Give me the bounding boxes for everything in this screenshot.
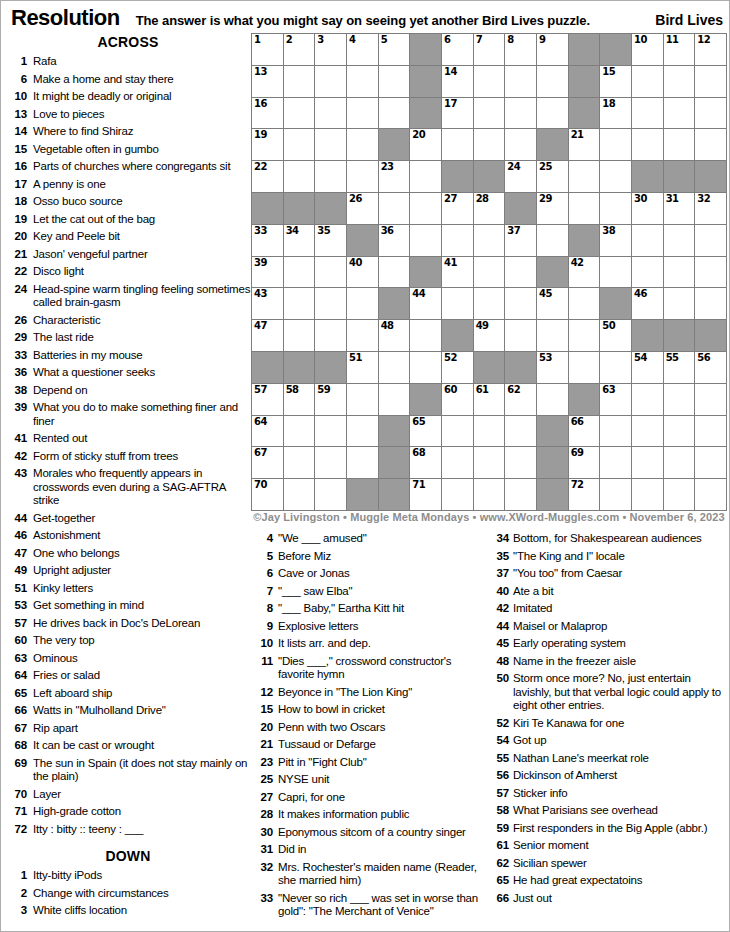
grid-cell[interactable]	[347, 66, 378, 97]
grid-cell[interactable]	[664, 98, 695, 129]
clue-item: 18Osso buco source	[5, 195, 251, 209]
clue-text: Change with circumstances	[33, 887, 251, 901]
clue-text: Rafa	[33, 55, 251, 69]
grid-cell[interactable]	[695, 416, 726, 447]
grid-cell[interactable]: 53	[537, 352, 568, 383]
black-square	[569, 34, 600, 65]
black-square	[569, 66, 600, 97]
grid-cell[interactable]	[315, 98, 346, 129]
grid-cell[interactable]	[315, 66, 346, 97]
clue-number: 57	[491, 787, 509, 801]
grid-cell[interactable]: 32	[695, 193, 726, 224]
grid-cell[interactable]: 36	[379, 225, 410, 256]
grid-cell[interactable]	[442, 288, 473, 319]
grid-cell[interactable]	[410, 161, 441, 192]
clue-item: 21Jason' vengeful partner	[5, 248, 251, 262]
grid-cell[interactable]: 66	[569, 416, 600, 447]
grid-cell[interactable]: 21	[569, 129, 600, 160]
grid-cell[interactable]	[284, 479, 315, 510]
grid-cell[interactable]: 10	[632, 34, 663, 65]
grid-cell[interactable]	[600, 416, 631, 447]
black-square	[632, 320, 663, 351]
black-square	[315, 352, 346, 383]
grid-cell[interactable]	[379, 257, 410, 288]
clue-item: 32Mrs. Rochester's maiden name (Reader, …	[253, 861, 489, 888]
grid-cell[interactable]	[695, 384, 726, 415]
clue-number: 65	[491, 874, 509, 888]
grid-cell[interactable]: 28	[474, 193, 505, 224]
clue-item: 34Bottom, for Shakespearean audiences	[491, 532, 729, 546]
cell-number: 28	[476, 194, 489, 204]
cell-number: 70	[254, 480, 267, 490]
grid-cell[interactable]: 31	[664, 193, 695, 224]
grid-cell[interactable]	[695, 225, 726, 256]
black-square	[410, 34, 441, 65]
grid-cell[interactable]: 39	[252, 257, 283, 288]
cell-number: 35	[317, 226, 330, 236]
grid-cell[interactable]	[505, 257, 536, 288]
grid-cell[interactable]	[410, 193, 441, 224]
grid-cell[interactable]	[664, 384, 695, 415]
grid-cell[interactable]	[695, 447, 726, 478]
grid-cell[interactable]	[442, 447, 473, 478]
clue-number: 26	[5, 314, 27, 328]
clue-text: Make a home and stay there	[33, 73, 251, 87]
grid-cell[interactable]: 59	[315, 384, 346, 415]
grid-cell[interactable]	[347, 384, 378, 415]
black-square	[379, 479, 410, 510]
grid-cell[interactable]	[284, 161, 315, 192]
grid-cell[interactable]	[632, 257, 663, 288]
grid-cell[interactable]	[600, 479, 631, 510]
grid-cell[interactable]	[505, 66, 536, 97]
cell-number: 64	[254, 417, 267, 427]
grid-cell[interactable]	[284, 416, 315, 447]
clue-number: 66	[491, 892, 509, 906]
grid-cell[interactable]	[632, 98, 663, 129]
grid-cell[interactable]: 46	[632, 288, 663, 319]
cell-number: 55	[666, 353, 679, 363]
clue-number: 17	[5, 178, 27, 192]
grid-cell[interactable]	[379, 66, 410, 97]
grid-cell[interactable]: 55	[664, 352, 695, 383]
cell-number: 49	[476, 321, 489, 331]
clue-text: "___ saw Elba"	[278, 585, 489, 599]
grid-cell[interactable]: 60	[442, 384, 473, 415]
cell-number: 63	[602, 385, 615, 395]
cell-number: 37	[507, 226, 520, 236]
cell-number: 5	[381, 35, 387, 45]
grid-cell[interactable]	[664, 416, 695, 447]
grid-cell[interactable]	[410, 320, 441, 351]
cell-number: 3	[317, 35, 323, 45]
grid-cell[interactable]	[347, 416, 378, 447]
grid-cell[interactable]	[284, 257, 315, 288]
grid-cell[interactable]: 23	[379, 161, 410, 192]
grid-cell[interactable]: 9	[537, 34, 568, 65]
grid-cell[interactable]: 35	[315, 225, 346, 256]
cell-number: 16	[254, 99, 267, 109]
grid-cell[interactable]	[474, 98, 505, 129]
grid-cell[interactable]	[664, 225, 695, 256]
grid-cell[interactable]	[505, 288, 536, 319]
clue-item: 66Just out	[491, 892, 729, 906]
grid-cell[interactable]: 54	[632, 352, 663, 383]
grid-cell[interactable]: 57	[252, 384, 283, 415]
cell-number: 38	[602, 226, 615, 236]
clue-item: 21Tussaud or Defarge	[253, 738, 489, 752]
grid-cell[interactable]	[664, 66, 695, 97]
grid-cell[interactable]	[347, 129, 378, 160]
grid-cell[interactable]	[632, 447, 663, 478]
grid-cell[interactable]: 43	[252, 288, 283, 319]
clue-text: Batteries in my mouse	[33, 349, 251, 363]
grid-cell[interactable]	[315, 416, 346, 447]
grid-cell[interactable]	[505, 479, 536, 510]
grid-cell[interactable]: 26	[347, 193, 378, 224]
grid-cell[interactable]	[569, 288, 600, 319]
clue-item: 57Sticker info	[491, 787, 729, 801]
clue-text: Itty-bitty iPods	[33, 869, 251, 883]
grid-cell[interactable]: 49	[474, 320, 505, 351]
clue-text: Ate a bit	[513, 585, 729, 599]
clue-number: 60	[5, 634, 27, 648]
clue-text: Explosive letters	[278, 620, 489, 634]
grid-cell[interactable]	[664, 479, 695, 510]
clue-number: 35	[491, 550, 509, 564]
cell-number: 21	[571, 130, 584, 140]
clue-item: 6Make a home and stay there	[5, 73, 251, 87]
clue-text: What you do to make something finer and …	[33, 401, 251, 428]
cell-number: 23	[381, 162, 394, 172]
grid-cell[interactable]	[347, 447, 378, 478]
clue-text: Get something in mind	[33, 599, 251, 613]
grid-cell[interactable]: 4	[347, 34, 378, 65]
grid-cell[interactable]: 40	[347, 257, 378, 288]
clue-text: Bottom, for Shakespearean audiences	[513, 532, 729, 546]
cell-number: 53	[539, 353, 552, 363]
grid-cell[interactable]	[537, 98, 568, 129]
clue-text: Capri, for one	[278, 791, 489, 805]
grid-cell[interactable]	[284, 320, 315, 351]
cell-number: 61	[476, 385, 489, 395]
grid-cell[interactable]: 65	[410, 416, 441, 447]
grid-cell[interactable]: 29	[537, 193, 568, 224]
clue-text: Form of sticky stuff from trees	[33, 450, 251, 464]
grid-cell[interactable]	[315, 129, 346, 160]
grid-cell[interactable]	[474, 479, 505, 510]
clue-text: Key and Peele bit	[33, 230, 251, 244]
grid-cell[interactable]	[537, 66, 568, 97]
grid-cell[interactable]: 20	[410, 129, 441, 160]
grid-cell[interactable]: 72	[569, 479, 600, 510]
clue-number: 33	[253, 892, 273, 919]
grid-cell[interactable]: 11	[664, 34, 695, 65]
clue-text: Fries or salad	[33, 669, 251, 683]
grid-cell[interactable]	[315, 447, 346, 478]
grid-cell[interactable]	[505, 98, 536, 129]
grid-cell[interactable]: 13	[252, 66, 283, 97]
clue-number: 41	[5, 432, 27, 446]
grid-cell[interactable]	[442, 129, 473, 160]
grid-cell[interactable]	[632, 479, 663, 510]
cell-number: 30	[634, 194, 647, 204]
grid-cell[interactable]: 69	[569, 447, 600, 478]
grid-cell[interactable]: 51	[347, 352, 378, 383]
grid-cell[interactable]	[569, 320, 600, 351]
grid-cell[interactable]	[347, 320, 378, 351]
black-square	[632, 161, 663, 192]
clue-text: Kiri Te Kanawa for one	[513, 717, 729, 731]
clue-text: Love to pieces	[33, 108, 251, 122]
clue-number: 10	[253, 637, 273, 651]
grid-cell[interactable]: 8	[505, 34, 536, 65]
cell-number: 39	[254, 258, 267, 268]
clue-text: Osso buco source	[33, 195, 251, 209]
grid-cell[interactable]: 61	[474, 384, 505, 415]
clue-item: 13Love to pieces	[5, 108, 251, 122]
grid-cell[interactable]: 62	[505, 384, 536, 415]
grid-cell[interactable]	[664, 288, 695, 319]
grid-cell[interactable]: 27	[442, 193, 473, 224]
grid-cell[interactable]: 71	[410, 479, 441, 510]
clue-number: 58	[491, 804, 509, 818]
grid-cell[interactable]	[664, 129, 695, 160]
grid-cell[interactable]	[474, 288, 505, 319]
grid-cell[interactable]: 1	[252, 34, 283, 65]
across-clue-list: 1Rafa6Make a home and stay there10It mig…	[5, 55, 251, 836]
clue-text: It can be cast or wrought	[33, 739, 251, 753]
clue-number: 31	[253, 843, 273, 857]
clue-text: Head-spine warm tingling feeling sometim…	[33, 283, 251, 310]
clue-number: 1	[5, 55, 27, 69]
clue-item: 65Left aboard ship	[5, 687, 251, 701]
clue-number: 51	[5, 582, 27, 596]
clue-text: First responders in the Big Apple (abbr.…	[513, 822, 729, 836]
grid-cell[interactable]	[569, 352, 600, 383]
grid-cell[interactable]	[537, 320, 568, 351]
grid-cell[interactable]: 16	[252, 98, 283, 129]
grid-cell[interactable]	[379, 352, 410, 383]
grid-cell[interactable]: 30	[632, 193, 663, 224]
grid-cell[interactable]: 17	[442, 98, 473, 129]
clue-text: Maisel or Malaprop	[513, 620, 729, 634]
grid-cell[interactable]: 67	[252, 447, 283, 478]
clue-item: 36What a questioner seeks	[5, 366, 251, 380]
grid-cell[interactable]	[442, 225, 473, 256]
grid-cell[interactable]: 37	[505, 225, 536, 256]
grid-cell[interactable]: 3	[315, 34, 346, 65]
grid-cell[interactable]	[632, 416, 663, 447]
grid-cell[interactable]	[569, 161, 600, 192]
grid-cell[interactable]: 42	[569, 257, 600, 288]
grid-cell[interactable]	[695, 257, 726, 288]
grid-cell[interactable]: 2	[284, 34, 315, 65]
clue-text: It might be deadly or original	[33, 90, 251, 104]
grid-cell[interactable]	[600, 352, 631, 383]
cell-number: 34	[286, 226, 299, 236]
clue-item: 19Let the cat out of the bag	[5, 213, 251, 227]
black-square	[347, 479, 378, 510]
grid-cell[interactable]	[505, 129, 536, 160]
clue-number: 20	[253, 721, 273, 735]
grid-cell[interactable]	[505, 416, 536, 447]
clue-number: 68	[5, 739, 27, 753]
grid-cell[interactable]	[284, 447, 315, 478]
clue-item: 5Before Miz	[253, 550, 489, 564]
grid-cell[interactable]: 50	[600, 320, 631, 351]
grid-cell[interactable]: 18	[600, 98, 631, 129]
grid-cell[interactable]: 58	[284, 384, 315, 415]
black-square	[569, 384, 600, 415]
clue-text: Characteristic	[33, 314, 251, 328]
cell-number: 2	[286, 35, 292, 45]
grid-cell[interactable]: 64	[252, 416, 283, 447]
clue-text: Penn with two Oscars	[278, 721, 489, 735]
grid-cell[interactable]	[379, 193, 410, 224]
grid-cell[interactable]: 52	[442, 352, 473, 383]
grid-cell[interactable]: 68	[410, 447, 441, 478]
grid-cell[interactable]	[474, 447, 505, 478]
grid-cell[interactable]	[315, 320, 346, 351]
grid-cell[interactable]	[284, 288, 315, 319]
cell-number: 65	[412, 417, 425, 427]
clue-item: 45Early operating system	[491, 637, 729, 651]
cell-number: 51	[349, 353, 362, 363]
grid-cell[interactable]: 44	[410, 288, 441, 319]
grid-cell[interactable]	[410, 225, 441, 256]
grid-cell[interactable]	[474, 129, 505, 160]
grid-cell[interactable]	[315, 161, 346, 192]
grid-cell[interactable]	[600, 257, 631, 288]
grid-cell[interactable]: 25	[537, 161, 568, 192]
grid-cell[interactable]	[379, 384, 410, 415]
clue-text: A penny is one	[33, 178, 251, 192]
clue-text: Nathan Lane's meerkat role	[513, 752, 729, 766]
grid-cell[interactable]: 33	[252, 225, 283, 256]
clue-item: 8"___ Baby," Eartha Kitt hit	[253, 602, 489, 616]
clue-item: 64Fries or salad	[5, 669, 251, 683]
grid-cell[interactable]: 70	[252, 479, 283, 510]
clue-text: It lists arr. and dep.	[278, 637, 489, 651]
grid-cell[interactable]: 14	[442, 66, 473, 97]
grid-cell[interactable]	[664, 257, 695, 288]
clue-text: How to bowl in cricket	[278, 703, 489, 717]
grid-cell[interactable]	[474, 416, 505, 447]
grid-cell[interactable]: 15	[600, 66, 631, 97]
grid-cell[interactable]	[632, 384, 663, 415]
clue-text: Did in	[278, 843, 489, 857]
clue-number: 6	[5, 73, 27, 87]
clue-text: Rented out	[33, 432, 251, 446]
grid-cell[interactable]	[315, 257, 346, 288]
grid-cell[interactable]	[284, 98, 315, 129]
grid-cell[interactable]	[600, 193, 631, 224]
grid-cell[interactable]: 45	[537, 288, 568, 319]
grid-cell[interactable]: 6	[442, 34, 473, 65]
across-clues-column: ACROSS 1Rafa6Make a home and stay there1…	[5, 34, 251, 922]
grid-cell[interactable]: 38	[600, 225, 631, 256]
grid-cell[interactable]	[537, 225, 568, 256]
clue-text: Morales who frequently appears in crossw…	[33, 467, 251, 508]
grid-cell[interactable]	[505, 320, 536, 351]
grid-cell[interactable]	[315, 479, 346, 510]
grid-cell[interactable]	[695, 479, 726, 510]
grid-cell[interactable]	[600, 129, 631, 160]
grid-cell[interactable]	[695, 129, 726, 160]
clue-text: Jason' vengeful partner	[33, 248, 251, 262]
grid-cell[interactable]	[315, 288, 346, 319]
clue-text: Upright adjuster	[33, 564, 251, 578]
grid-cell[interactable]	[284, 129, 315, 160]
grid-cell[interactable]	[410, 352, 441, 383]
grid-cell[interactable]: 41	[442, 257, 473, 288]
cell-number: 17	[444, 99, 457, 109]
grid-cell[interactable]: 5	[379, 34, 410, 65]
header: Resolution The answer is what you might …	[11, 5, 723, 31]
clue-number: 2	[5, 887, 27, 901]
grid-cell[interactable]	[695, 98, 726, 129]
grid-cell[interactable]: 7	[474, 34, 505, 65]
grid-cell[interactable]: 12	[695, 34, 726, 65]
clue-text: The sun in Spain (it does not stay mainl…	[33, 757, 251, 784]
grid-cell[interactable]: 24	[505, 161, 536, 192]
grid-cell[interactable]	[537, 384, 568, 415]
grid-cell[interactable]: 19	[252, 129, 283, 160]
grid-cell[interactable]	[442, 479, 473, 510]
cell-number: 1	[254, 35, 260, 45]
grid-cell[interactable]	[505, 447, 536, 478]
grid-cell[interactable]	[695, 66, 726, 97]
cell-number: 31	[666, 194, 679, 204]
clue-item: 39What you do to make something finer an…	[5, 401, 251, 428]
clue-number: 32	[253, 861, 273, 888]
grid-cell[interactable]	[632, 129, 663, 160]
clue-item: 51Kinky letters	[5, 582, 251, 596]
grid-cell[interactable]	[664, 447, 695, 478]
grid-cell[interactable]	[569, 193, 600, 224]
grid-cell[interactable]	[474, 225, 505, 256]
grid-cell[interactable]	[600, 447, 631, 478]
grid-cell[interactable]	[632, 225, 663, 256]
grid-cell[interactable]	[600, 161, 631, 192]
grid-cell[interactable]: 48	[379, 320, 410, 351]
clue-text: The last ride	[33, 331, 251, 345]
grid-cell[interactable]	[632, 66, 663, 97]
grid-cell[interactable]	[347, 98, 378, 129]
clue-number: 22	[5, 265, 27, 279]
grid-cell[interactable]	[347, 288, 378, 319]
grid-cell[interactable]	[474, 66, 505, 97]
grid-cell[interactable]: 34	[284, 225, 315, 256]
clue-text: Depend on	[33, 384, 251, 398]
grid-cell[interactable]	[347, 161, 378, 192]
grid-cell[interactable]	[474, 257, 505, 288]
grid-cell[interactable]: 63	[600, 384, 631, 415]
cell-number: 24	[507, 162, 520, 172]
grid-cell[interactable]: 22	[252, 161, 283, 192]
clue-text: Astonishment	[33, 529, 251, 543]
black-square	[410, 98, 441, 129]
clue-item: 11"Dies ___," crossword constructor's fa…	[253, 655, 489, 682]
grid-cell[interactable]	[695, 288, 726, 319]
grid-cell[interactable]	[442, 416, 473, 447]
grid-cell[interactable]	[379, 98, 410, 129]
grid-cell[interactable]: 56	[695, 352, 726, 383]
grid-cell[interactable]: 47	[252, 320, 283, 351]
grid-cell[interactable]	[284, 66, 315, 97]
clue-text: "Dies ___," crossword constructor's favo…	[278, 655, 489, 682]
